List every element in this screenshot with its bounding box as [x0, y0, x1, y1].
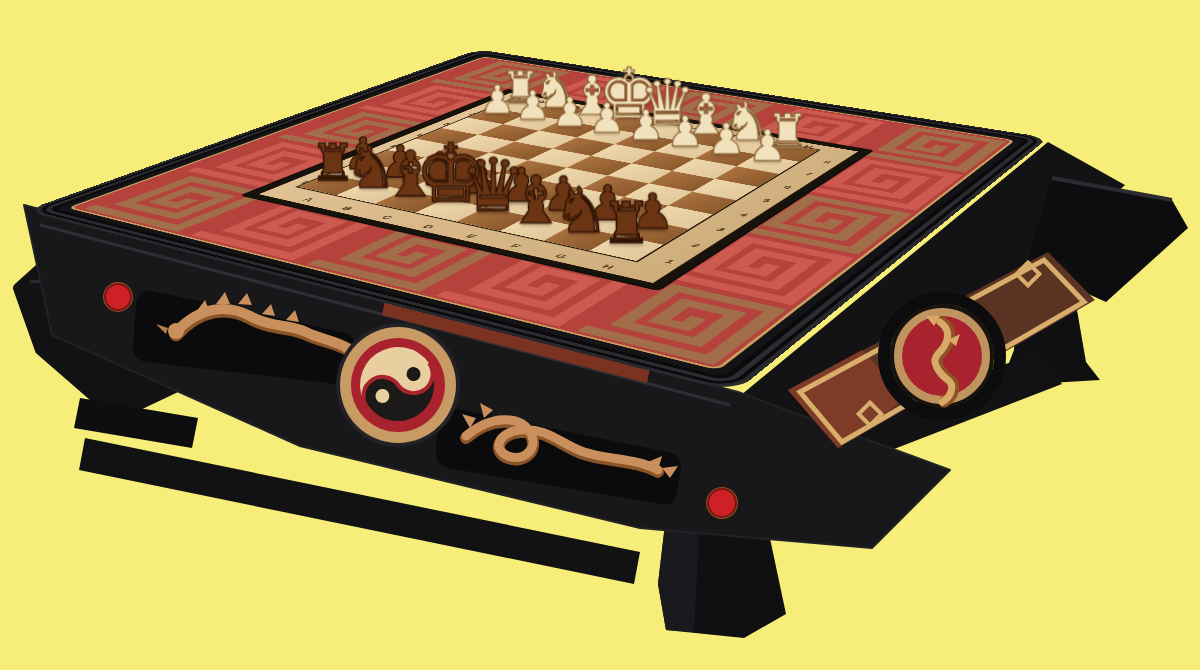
greek-key-motif: [739, 194, 902, 251]
table-scene: ♜♞♝♚♛♝♞♜♟♟♟♟♟♟♟♟♟♟♟♟♟♟♟♟♜♞♝♚♛♝♞♜ AABBCCD…: [0, 0, 1200, 670]
greek-key-motif: [90, 175, 261, 228]
greek-key-motif: [582, 283, 775, 360]
piece-black-rook-h1[interactable]: ♜: [581, 195, 672, 252]
greek-key-motif: [441, 252, 629, 322]
greek-key-motif: [196, 199, 372, 257]
scene: ♜♞♝♚♛♝♞♜♟♟♟♟♟♟♟♟♟♟♟♟♟♟♟♟♜♞♝♚♛♝♞♜ AABBCCD…: [0, 0, 1200, 670]
table-top: ♜♞♝♚♛♝♞♜♟♟♟♟♟♟♟♟♟♟♟♟♟♟♟♟♜♞♝♚♛♝♞♜ AABBCCD…: [24, 49, 1048, 392]
